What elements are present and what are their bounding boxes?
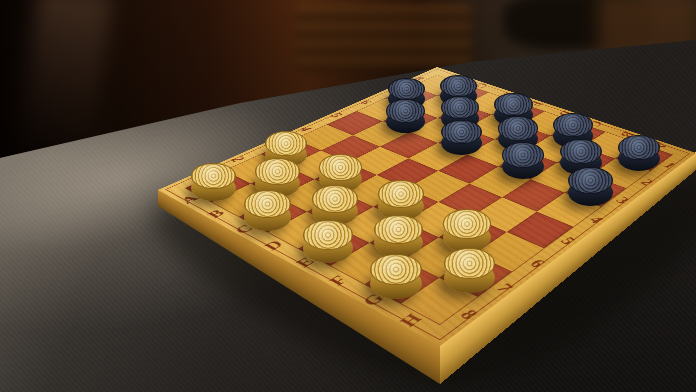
piece-top	[498, 116, 538, 140]
light-piece-F2[interactable]	[374, 215, 423, 259]
piece-top	[443, 209, 492, 238]
piece-top	[388, 78, 425, 100]
piece-top	[191, 163, 236, 190]
piece-top	[568, 167, 613, 194]
piece-top	[265, 131, 307, 156]
dark-piece-F6[interactable]	[502, 142, 545, 180]
dark-piece-H8[interactable]	[618, 135, 660, 173]
dark-piece-D6[interactable]	[441, 120, 482, 157]
piece-top	[303, 220, 353, 250]
piece-top	[319, 154, 363, 180]
piece-top	[378, 180, 424, 208]
piece-top	[444, 248, 496, 279]
piece-top	[560, 139, 602, 164]
piece-top	[441, 120, 482, 144]
dark-piece-H6[interactable]	[568, 167, 613, 207]
piece-top	[386, 99, 425, 122]
scene: A18HB27GC36FD45EE54DF63CG72BH81A	[0, 0, 696, 392]
light-piece-E1[interactable]	[303, 220, 353, 265]
light-piece-G1[interactable]	[370, 254, 423, 301]
light-piece-A1[interactable]	[191, 163, 236, 203]
piece-top	[502, 142, 545, 168]
light-piece-C1[interactable]	[244, 190, 291, 232]
piece-top	[374, 215, 423, 244]
piece-top	[312, 185, 358, 213]
light-piece-H2[interactable]	[444, 248, 496, 295]
piece-top	[618, 135, 660, 160]
piece-top	[440, 75, 477, 97]
dark-piece-B6[interactable]	[386, 99, 425, 134]
piece-top	[370, 254, 423, 286]
piece-top	[494, 93, 532, 116]
piece-top	[255, 158, 299, 185]
piece-top	[244, 190, 291, 218]
light-piece-G3[interactable]	[443, 209, 492, 253]
